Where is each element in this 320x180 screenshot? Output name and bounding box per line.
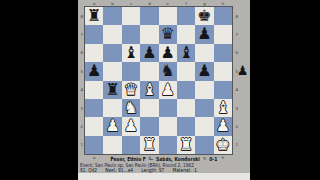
file-label-h: h [214,1,232,6]
square-e3 [159,99,177,117]
black-pawn-material-icon: ♟ [237,62,249,80]
square-a5: ♟ [85,62,103,80]
rank-label-3: 3 [234,99,240,117]
square-b3 [103,99,121,117]
chess-board: ♜♚♛♟♝♟♟♝♟♞♟♜♛♝♟♞♝♟♟♟♜♜♚ [85,7,232,154]
rank-label-4: 4 [79,81,85,99]
square-c8 [122,7,140,25]
square-b7 [103,25,121,43]
left-letterbox-bar [0,0,78,180]
rank-label-8: 8 [234,7,240,25]
square-a1 [85,136,103,154]
square-d4: ♝ [140,81,158,99]
black-pawn-icon: ♟ [142,44,156,62]
caption-status: 91. Qd2 Next: 91...a4 Length: 97 Materia… [80,168,197,173]
caption-players-result: Feser, Ednio F -- Sabas, Kondorski 0-1 [78,157,250,162]
square-f2 [177,117,195,135]
black-pawn-icon: ♟ [197,25,211,43]
file-label-a: a [85,1,103,6]
square-e8 [159,7,177,25]
square-e6: ♟ [159,44,177,62]
square-b1 [103,136,121,154]
square-a6 [85,44,103,62]
file-label-f: f [177,1,195,6]
square-g5: ♟ [195,62,213,80]
rank-labels-left: 87654321 [79,7,85,154]
black-knight-icon: ♞ [161,62,175,80]
white-pawn-icon: ♟ [161,81,175,99]
square-g3 [195,99,213,117]
square-a3 [85,99,103,117]
square-a2 [85,117,103,135]
square-f8 [177,7,195,25]
square-c2: ♟ [122,117,140,135]
footer-strip [78,173,250,180]
square-d7 [140,25,158,43]
white-pawn-icon: ♟ [105,117,119,135]
black-pawn-icon: ♟ [87,62,101,80]
rank-label-6: 6 [234,44,240,62]
square-h7 [214,25,232,43]
square-d6: ♟ [140,44,158,62]
black-rook-icon: ♜ [87,7,101,25]
white-bishop-icon: ♝ [142,81,156,99]
white-pawn-icon: ♟ [216,117,230,135]
square-f5 [177,62,195,80]
black-bishop-icon: ♝ [124,44,138,62]
square-h2: ♟ [214,117,232,135]
square-c6: ♝ [122,44,140,62]
square-b8 [103,7,121,25]
rank-label-7: 7 [79,25,85,43]
white-rook-icon: ♜ [142,136,156,154]
white-pawn-icon: ♟ [124,117,138,135]
rank-label-1: 1 [79,136,85,154]
right-letterbox-bar [250,0,320,180]
black-pawn-icon: ♟ [161,44,175,62]
square-h4 [214,81,232,99]
file-label-e: e [159,1,177,6]
rank-label-3: 3 [79,99,85,117]
square-a4 [85,81,103,99]
square-h6 [214,44,232,62]
square-h5 [214,62,232,80]
black-king-icon: ♚ [197,7,211,25]
rank-label-6: 6 [79,44,85,62]
black-bishop-icon: ♝ [179,44,193,62]
square-d3 [140,99,158,117]
square-c1 [122,136,140,154]
file-label-d: d [140,1,158,6]
black-queen-icon: ♛ [161,25,175,43]
square-f3 [177,99,195,117]
square-d2 [140,117,158,135]
square-f6: ♝ [177,44,195,62]
square-b6 [103,44,121,62]
square-g2 [195,117,213,135]
rank-label-2: 2 [79,117,85,135]
white-bishop-icon: ♝ [216,99,230,117]
square-e5: ♞ [159,62,177,80]
rank-labels-right: 87654321 [234,7,240,154]
white-queen-icon: ♛ [124,81,138,99]
rank-label-7: 7 [234,25,240,43]
square-h1: ♚ [214,136,232,154]
square-h8 [214,7,232,25]
square-d8 [140,7,158,25]
square-f4 [177,81,195,99]
caption-event: Event: Sao Paulo op, Sao Paulo (BRA), Ro… [80,163,194,168]
rank-label-1: 1 [234,136,240,154]
rank-label-4: 4 [234,81,240,99]
square-g8: ♚ [195,7,213,25]
square-d5 [140,62,158,80]
file-labels-top: abcdefgh [85,1,232,6]
square-g4 [195,81,213,99]
square-g1 [195,136,213,154]
file-label-g: g [195,1,213,6]
square-f1: ♜ [177,136,195,154]
square-e4: ♟ [159,81,177,99]
square-b4: ♜ [103,81,121,99]
square-e1 [159,136,177,154]
square-f7 [177,25,195,43]
square-b5 [103,62,121,80]
square-d1: ♜ [140,136,158,154]
white-knight-icon: ♞ [124,99,138,117]
square-c5 [122,62,140,80]
file-label-b: b [103,1,121,6]
square-c4: ♛ [122,81,140,99]
black-pawn-icon: ♟ [197,62,211,80]
square-g7: ♟ [195,25,213,43]
square-g6 [195,44,213,62]
video-frame: abcdefgh abcdefgh 87654321 87654321 ♜♚♛♟… [0,0,320,180]
square-h3: ♝ [214,99,232,117]
rank-label-2: 2 [234,117,240,135]
material-tray: ♟ [236,62,249,80]
rank-label-5: 5 [79,62,85,80]
rank-label-8: 8 [79,7,85,25]
square-a8: ♜ [85,7,103,25]
white-king-icon: ♚ [216,136,230,154]
square-c3: ♞ [122,99,140,117]
white-rook-icon: ♜ [179,136,193,154]
black-rook-icon: ♜ [105,81,119,99]
square-e7: ♛ [159,25,177,43]
file-label-c: c [122,1,140,6]
square-c7 [122,25,140,43]
square-e2 [159,117,177,135]
square-a7 [85,25,103,43]
square-b2: ♟ [103,117,121,135]
